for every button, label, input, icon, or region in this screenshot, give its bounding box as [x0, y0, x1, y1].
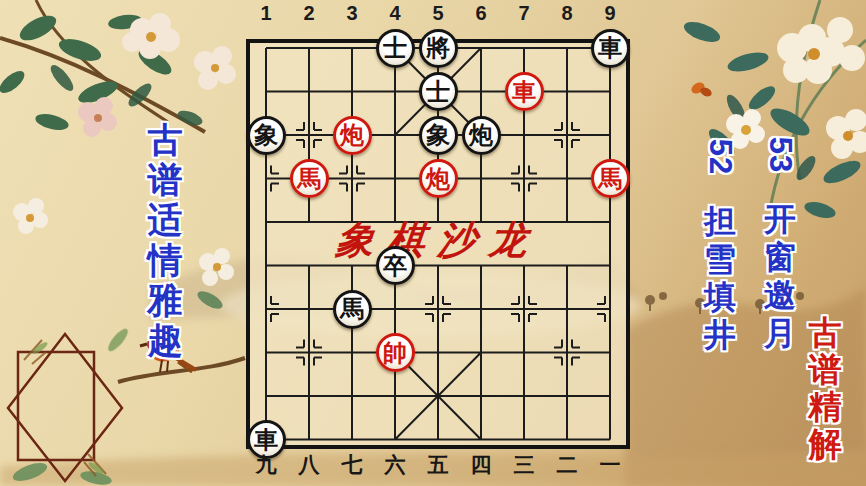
- piece-black-cannon[interactable]: 炮: [462, 116, 501, 155]
- vertical-char: 开: [757, 200, 803, 238]
- vertical-char: 精: [802, 389, 848, 426]
- top-file-label: 5: [432, 2, 443, 25]
- top-file-label: 1: [260, 2, 271, 25]
- piece-red-cannon-1[interactable]: 炮: [333, 116, 372, 155]
- piece-black-advisor-2[interactable]: 士: [419, 72, 458, 111]
- bottom-file-label: 九: [256, 451, 277, 479]
- piece-black-elephant-1[interactable]: 象: [247, 116, 286, 155]
- top-file-label: 2: [303, 2, 314, 25]
- right-red-caption: 古谱精解: [802, 315, 848, 463]
- piece-black-elephant-2[interactable]: 象: [419, 116, 458, 155]
- vertical-char: 古: [142, 121, 188, 161]
- bottom-file-label: 七: [342, 451, 363, 479]
- top-file-label: 3: [346, 2, 357, 25]
- plaque-frame: [2, 330, 128, 486]
- vertical-char: 古: [802, 315, 848, 352]
- bottom-file-label: 五: [428, 451, 449, 479]
- top-file-label: 9: [604, 2, 615, 25]
- lesson-52-title: 52 担雪填井: [697, 132, 743, 354]
- vertical-char: 情: [142, 241, 188, 281]
- vertical-char: 谱: [142, 161, 188, 201]
- flower-cluster-top-left: [0, 0, 236, 137]
- piece-red-chariot[interactable]: 車: [505, 72, 544, 111]
- vertical-char: 雅: [142, 281, 188, 321]
- vertical-char: 雪: [697, 240, 743, 278]
- top-file-label: 7: [518, 2, 529, 25]
- video-frame: 象棋沙龙 士將車士車象炮象炮馬炮馬卒馬帥車 123456789 九八七六五四三二…: [0, 0, 866, 486]
- vertical-char: 谱: [802, 352, 848, 389]
- vertical-char: 窗: [757, 238, 803, 276]
- vertical-char: 解: [802, 426, 848, 463]
- piece-red-horse-1[interactable]: 馬: [290, 159, 329, 198]
- bottom-file-label: 一: [600, 451, 621, 479]
- bottom-file-label: 四: [471, 451, 492, 479]
- bottom-file-label: 六: [385, 451, 406, 479]
- river-text: 象棋沙龙: [334, 219, 558, 261]
- bottom-file-label: 二: [557, 451, 578, 479]
- left-series-title: 古谱适情雅趣: [142, 121, 188, 361]
- piece-red-horse-2[interactable]: 馬: [591, 159, 630, 198]
- piece-red-general[interactable]: 帥: [376, 333, 415, 372]
- subscribe-plaque: 欢迎订阅关注: [2, 330, 128, 486]
- lesson-53-number: 53: [755, 132, 805, 178]
- piece-black-horse[interactable]: 馬: [333, 290, 372, 329]
- vertical-char: 担: [697, 202, 743, 240]
- vertical-char: 邀: [757, 276, 803, 314]
- vertical-char: 填: [697, 278, 743, 316]
- lesson-52-number: 52: [695, 134, 745, 180]
- top-file-label: 4: [389, 2, 400, 25]
- piece-black-chariot-1[interactable]: 車: [591, 29, 630, 68]
- vertical-char: 井: [697, 316, 743, 354]
- xiangqi-board: 象棋沙龙 士將車士車象炮象炮馬炮馬卒馬帥車: [240, 33, 636, 454]
- vertical-char: 趣: [142, 321, 188, 361]
- piece-black-soldier[interactable]: 卒: [376, 246, 415, 285]
- vertical-char: 月: [757, 314, 803, 352]
- piece-black-advisor-1[interactable]: 士: [376, 29, 415, 68]
- bottom-file-label: 八: [299, 451, 320, 479]
- lesson-53-title: 53 开窗邀月: [757, 130, 803, 352]
- piece-red-cannon-2[interactable]: 炮: [419, 159, 458, 198]
- top-file-label: 6: [475, 2, 486, 25]
- piece-black-general[interactable]: 將: [419, 29, 458, 68]
- bottom-file-label: 三: [514, 451, 535, 479]
- vertical-char: 适: [142, 201, 188, 241]
- top-file-label: 8: [561, 2, 572, 25]
